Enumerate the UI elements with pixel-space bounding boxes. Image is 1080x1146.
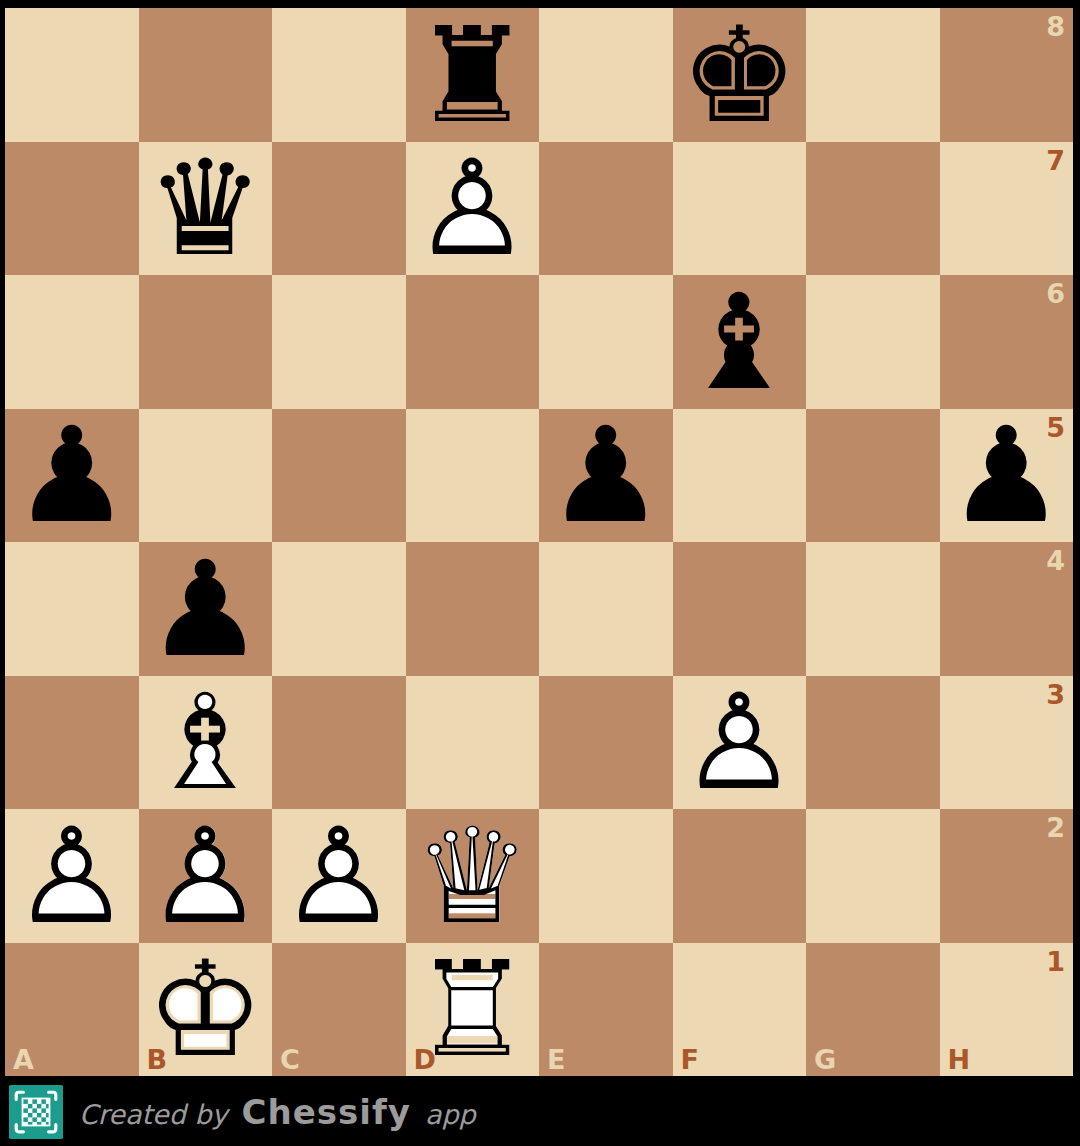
file-label-f: F — [681, 1046, 699, 1073]
square-h3: 3 — [940, 676, 1074, 810]
square-h6: 6 — [940, 275, 1074, 409]
square-d8: ♜ — [406, 8, 540, 142]
square-h4: 4 — [940, 542, 1074, 676]
rank-label-5: 5 — [1046, 414, 1065, 441]
piece-black-rook-d8: ♜ — [413, 9, 531, 141]
piece-white-pawn-b2: ♟♙ — [139, 809, 273, 943]
square-b3: ♝♗ — [139, 676, 273, 810]
square-f4 — [673, 542, 807, 676]
square-d2: ♛♕ — [406, 809, 540, 943]
square-b2: ♟♙ — [139, 809, 273, 943]
rank-label-1: 1 — [1046, 948, 1065, 975]
square-g1: G — [806, 943, 940, 1077]
piece-black-king-f8: ♚ — [680, 9, 798, 141]
file-label-e: E — [547, 1046, 565, 1073]
piece-white-queen-d2: ♛♕ — [406, 809, 540, 943]
piece-black-pawn-b4: ♟ — [146, 543, 264, 675]
square-g2 — [806, 809, 940, 943]
square-d6 — [406, 275, 540, 409]
square-h2: 2 — [940, 809, 1074, 943]
square-g5 — [806, 409, 940, 543]
piece-white-king-b1: ♚♔ — [139, 943, 273, 1077]
credit-suffix: app — [425, 1099, 476, 1130]
square-c4 — [272, 542, 406, 676]
square-a5: ♟ — [5, 409, 139, 543]
piece-white-rook-d1: ♜♖ — [406, 943, 540, 1077]
piece-black-pawn-a5: ♟ — [13, 409, 131, 541]
square-c7 — [272, 142, 406, 276]
square-b1: B♚♔ — [139, 943, 273, 1077]
credit-prefix: Created by — [79, 1099, 228, 1130]
square-c2: ♟♙ — [272, 809, 406, 943]
square-f3: ♟♙ — [673, 676, 807, 810]
chess-board: ♜♚8♛♟♙7♝6♟♟5♟♟4♝♗♟♙3♟♙♟♙♟♙♛♕2AB♚♔CD♜♖EFG… — [0, 0, 1080, 1078]
rank-label-2: 2 — [1046, 814, 1065, 841]
credit-line: Created by Chessify app — [79, 1092, 476, 1132]
square-c6 — [272, 275, 406, 409]
square-f1: F — [673, 943, 807, 1077]
rank-label-4: 4 — [1046, 547, 1065, 574]
file-label-c: C — [280, 1046, 300, 1073]
piece-black-queen-b7: ♛ — [146, 142, 264, 274]
square-e6 — [539, 275, 673, 409]
square-c1: C — [272, 943, 406, 1077]
square-g3 — [806, 676, 940, 810]
square-f7 — [673, 142, 807, 276]
square-e4 — [539, 542, 673, 676]
rank-label-6: 6 — [1046, 280, 1065, 307]
square-c5 — [272, 409, 406, 543]
square-d1: D♜♖ — [406, 943, 540, 1077]
square-h5: 5♟ — [940, 409, 1074, 543]
piece-black-pawn-e5: ♟ — [547, 409, 665, 541]
piece-white-pawn-c2: ♟♙ — [272, 809, 406, 943]
square-a2: ♟♙ — [5, 809, 139, 943]
brand-name: Chessify — [242, 1092, 411, 1132]
rank-label-7: 7 — [1046, 147, 1065, 174]
square-h7: 7 — [940, 142, 1074, 276]
piece-white-pawn-f3: ♟♙ — [673, 676, 807, 810]
piece-white-pawn-a2: ♟♙ — [5, 809, 139, 943]
square-c3 — [272, 676, 406, 810]
square-b6 — [139, 275, 273, 409]
square-d4 — [406, 542, 540, 676]
chessify-board-scan-icon — [9, 1085, 63, 1139]
piece-black-bishop-f6: ♝ — [680, 276, 798, 408]
square-a8 — [5, 8, 139, 142]
square-g8 — [806, 8, 940, 142]
piece-white-pawn-d7: ♟♙ — [406, 142, 540, 276]
square-d7: ♟♙ — [406, 142, 540, 276]
square-a7 — [5, 142, 139, 276]
square-g7 — [806, 142, 940, 276]
piece-white-bishop-b3: ♝♗ — [139, 676, 273, 810]
square-d3 — [406, 676, 540, 810]
square-a1: A — [5, 943, 139, 1077]
square-f2 — [673, 809, 807, 943]
square-e5: ♟ — [539, 409, 673, 543]
square-a3 — [5, 676, 139, 810]
square-c8 — [272, 8, 406, 142]
square-g4 — [806, 542, 940, 676]
file-label-g: G — [814, 1046, 836, 1073]
square-a6 — [5, 275, 139, 409]
square-b7: ♛ — [139, 142, 273, 276]
square-b5 — [139, 409, 273, 543]
board-grid: ♜♚8♛♟♙7♝6♟♟5♟♟4♝♗♟♙3♟♙♟♙♟♙♛♕2AB♚♔CD♜♖EFG… — [5, 8, 1073, 1076]
square-d5 — [406, 409, 540, 543]
square-e2 — [539, 809, 673, 943]
square-f8: ♚ — [673, 8, 807, 142]
square-f6: ♝ — [673, 275, 807, 409]
square-f5 — [673, 409, 807, 543]
square-h8: 8 — [940, 8, 1074, 142]
rank-label-3: 3 — [1046, 681, 1065, 708]
square-a4 — [5, 542, 139, 676]
square-b4: ♟ — [139, 542, 273, 676]
rank-label-8: 8 — [1046, 13, 1065, 40]
square-g6 — [806, 275, 940, 409]
square-e3 — [539, 676, 673, 810]
square-b8 — [139, 8, 273, 142]
file-label-a: A — [13, 1046, 34, 1073]
square-e1: E — [539, 943, 673, 1077]
square-e7 — [539, 142, 673, 276]
square-h1: H1 — [940, 943, 1074, 1077]
footer: Created by Chessify app — [0, 1078, 1080, 1146]
square-e8 — [539, 8, 673, 142]
chessify-diagram: ♜♚8♛♟♙7♝6♟♟5♟♟4♝♗♟♙3♟♙♟♙♟♙♛♕2AB♚♔CD♜♖EFG… — [0, 0, 1080, 1146]
file-label-h: H — [948, 1046, 971, 1073]
